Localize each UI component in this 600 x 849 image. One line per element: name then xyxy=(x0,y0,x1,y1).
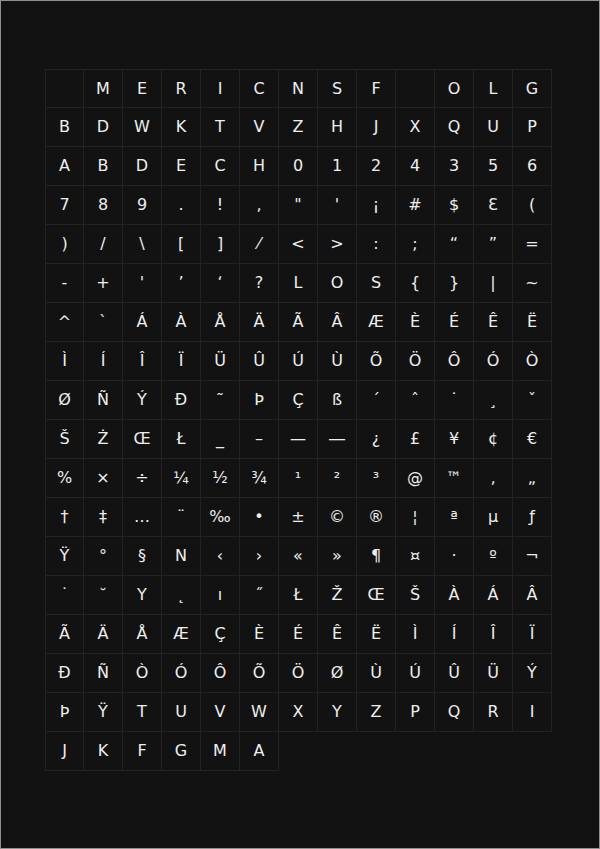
glyph-grid: MERICNSFOLGBDWKTVZHJXQUPABDECH0124356789… xyxy=(45,69,552,771)
glyph-cell: » xyxy=(318,537,357,576)
glyph-cell: ³ xyxy=(357,459,396,498)
glyph-cell: ˛ xyxy=(162,576,201,615)
glyph-cell: Ð xyxy=(45,654,84,693)
glyph-cell: Ì xyxy=(396,615,435,654)
glyph-cell: E xyxy=(162,147,201,186)
glyph-cell: , xyxy=(240,186,279,225)
glyph-cell: H xyxy=(240,147,279,186)
glyph-cell: 5 xyxy=(474,147,513,186)
glyph-cell: ˙ xyxy=(435,381,474,420)
glyph-cell: J xyxy=(45,732,84,771)
glyph-cell: Ó xyxy=(162,654,201,693)
glyph-cell: ¦ xyxy=(396,498,435,537)
glyph-cell: Ò xyxy=(513,342,552,381)
glyph-cell: Ž xyxy=(318,576,357,615)
glyph-cell: º xyxy=(474,537,513,576)
glyph-cell: Ñ xyxy=(84,381,123,420)
glyph-cell: W xyxy=(240,693,279,732)
glyph-cell: L xyxy=(474,69,513,108)
glyph-cell: Ô xyxy=(201,654,240,693)
glyph-cell: Ü xyxy=(474,654,513,693)
glyph-cell: < xyxy=(279,225,318,264)
glyph-cell: Œ xyxy=(123,420,162,459)
glyph-cell: C xyxy=(240,69,279,108)
glyph-cell: – xyxy=(240,420,279,459)
glyph-cell: ¥ xyxy=(435,420,474,459)
glyph-cell: R xyxy=(474,693,513,732)
specimen-poster: MERICNSFOLGBDWKTVZHJXQUPABDECH0124356789… xyxy=(0,0,600,849)
glyph-cell: Ú xyxy=(279,342,318,381)
glyph-cell: \ xyxy=(123,225,162,264)
glyph-cell: ¬ xyxy=(513,537,552,576)
glyph-cell: I xyxy=(201,69,240,108)
glyph-cell: ı xyxy=(201,576,240,615)
glyph-cell: Ɛ xyxy=(474,186,513,225)
glyph-cell: ¢ xyxy=(474,420,513,459)
glyph-cell: Y xyxy=(123,576,162,615)
glyph-cell: Q xyxy=(435,693,474,732)
glyph-cell: Ì xyxy=(45,342,84,381)
glyph-cell: L xyxy=(279,264,318,303)
glyph-cell: K xyxy=(162,108,201,147)
glyph-cell: ª xyxy=(435,498,474,537)
glyph-cell: Ä xyxy=(240,303,279,342)
glyph-cell: $ xyxy=(435,186,474,225)
glyph-cell: Þ xyxy=(240,381,279,420)
glyph-cell: ¨ xyxy=(162,498,201,537)
glyph-cell: = xyxy=(513,225,552,264)
glyph-cell: ¿ xyxy=(357,420,396,459)
glyph-cell: ¾ xyxy=(240,459,279,498)
glyph-cell: · xyxy=(435,537,474,576)
glyph-cell: | xyxy=(474,264,513,303)
glyph-cell: Î xyxy=(123,342,162,381)
glyph-cell: . xyxy=(162,186,201,225)
glyph-cell: Ë xyxy=(513,303,552,342)
glyph-cell: ‡ xyxy=(84,498,123,537)
glyph-cell: Z xyxy=(357,693,396,732)
glyph-cell: ˜ xyxy=(201,381,240,420)
glyph-cell: G xyxy=(513,69,552,108)
glyph-cell: @ xyxy=(396,459,435,498)
glyph-cell: ^ xyxy=(45,303,84,342)
glyph-cell: Ü xyxy=(201,342,240,381)
glyph-cell: ¡ xyxy=(357,186,396,225)
glyph-cell: O xyxy=(318,264,357,303)
glyph-cell: R xyxy=(162,69,201,108)
glyph-cell: U xyxy=(474,108,513,147)
glyph-cell: T xyxy=(201,108,240,147)
glyph-cell: ] xyxy=(201,225,240,264)
glyph-cell: 7 xyxy=(45,186,84,225)
glyph-cell: ¸ xyxy=(474,381,513,420)
glyph-cell: ‚ xyxy=(474,459,513,498)
glyph-cell: 0 xyxy=(279,147,318,186)
glyph-cell: Ï xyxy=(513,615,552,654)
glyph-cell: Ù xyxy=(318,342,357,381)
glyph-cell: 6 xyxy=(513,147,552,186)
glyph-cell: Ã xyxy=(45,615,84,654)
glyph-cell: Æ xyxy=(162,615,201,654)
glyph-cell: G xyxy=(162,732,201,771)
glyph-cell: Ö xyxy=(396,342,435,381)
glyph-cell: ― xyxy=(318,420,357,459)
glyph-cell: † xyxy=(45,498,84,537)
glyph-cell: — xyxy=(279,420,318,459)
glyph-cell: ƒ xyxy=(513,498,552,537)
glyph-cell: 1 xyxy=(318,147,357,186)
glyph-cell: Å xyxy=(201,303,240,342)
glyph-cell: Ö xyxy=(279,654,318,693)
glyph-cell: È xyxy=(240,615,279,654)
glyph-cell: “ xyxy=(435,225,474,264)
glyph-cell: Ð xyxy=(162,381,201,420)
glyph-cell: Ÿ xyxy=(45,537,84,576)
glyph-cell: « xyxy=(279,537,318,576)
glyph-cell: { xyxy=(396,264,435,303)
glyph-cell: N xyxy=(162,537,201,576)
glyph-cell: Â xyxy=(513,576,552,615)
glyph-cell: X xyxy=(396,108,435,147)
glyph-cell: ’ xyxy=(162,264,201,303)
glyph-cell: € xyxy=(513,420,552,459)
glyph-cell: B xyxy=(84,147,123,186)
glyph-cell: : xyxy=(357,225,396,264)
glyph-cell: Á xyxy=(123,303,162,342)
glyph-cell: 8 xyxy=(84,186,123,225)
glyph-cell: 4 xyxy=(396,147,435,186)
glyph-cell: ' xyxy=(318,186,357,225)
glyph-cell: Ó xyxy=(474,342,513,381)
glyph-cell: È xyxy=(396,303,435,342)
glyph-cell: Ë xyxy=(357,615,396,654)
glyph-cell: Ú xyxy=(396,654,435,693)
glyph-cell: ² xyxy=(318,459,357,498)
glyph-cell: Î xyxy=(474,615,513,654)
glyph-cell: Z xyxy=(279,108,318,147)
glyph-cell: Ò xyxy=(123,654,162,693)
glyph-cell: ` xyxy=(84,303,123,342)
glyph-cell: É xyxy=(435,303,474,342)
glyph-cell: Ł xyxy=(279,576,318,615)
glyph-cell: Û xyxy=(240,342,279,381)
glyph-cell: ® xyxy=(357,498,396,537)
glyph-cell: Ý xyxy=(123,381,162,420)
glyph-cell: µ xyxy=(474,498,513,537)
glyph-cell: A xyxy=(45,147,84,186)
glyph-cell: ˙ xyxy=(45,576,84,615)
glyph-cell: ß xyxy=(318,381,357,420)
glyph-cell: Y xyxy=(318,693,357,732)
glyph-cell: ) xyxy=(45,225,84,264)
glyph-cell: ½ xyxy=(201,459,240,498)
glyph-cell: ˝ xyxy=(240,576,279,615)
glyph-cell: _ xyxy=(201,420,240,459)
glyph-cell: ˘ xyxy=(84,576,123,615)
glyph-cell: U xyxy=(162,693,201,732)
glyph-cell: D xyxy=(84,108,123,147)
glyph-cell: ‘ xyxy=(201,264,240,303)
glyph-cell: Œ xyxy=(357,576,396,615)
glyph-cell: Q xyxy=(435,108,474,147)
glyph-cell: À xyxy=(162,303,201,342)
glyph-cell: ' xyxy=(123,264,162,303)
glyph-cell: ( xyxy=(513,186,552,225)
glyph-cell: ™ xyxy=(435,459,474,498)
glyph-cell: H xyxy=(318,108,357,147)
glyph-cell: ⁄ xyxy=(240,225,279,264)
glyph-cell: D xyxy=(123,147,162,186)
glyph-cell: ¼ xyxy=(162,459,201,498)
glyph-cell: ÷ xyxy=(123,459,162,498)
glyph-cell: Í xyxy=(84,342,123,381)
glyph-cell: ˇ xyxy=(513,381,552,420)
glyph-cell xyxy=(45,69,84,108)
glyph-cell: S xyxy=(357,264,396,303)
glyph-cell: ¹ xyxy=(279,459,318,498)
glyph-cell: % xyxy=(45,459,84,498)
glyph-cell: ” xyxy=(474,225,513,264)
glyph-cell: ¤ xyxy=(396,537,435,576)
glyph-cell: À xyxy=(435,576,474,615)
glyph-cell: × xyxy=(84,459,123,498)
glyph-cell: } xyxy=(435,264,474,303)
glyph-cell: £ xyxy=(396,420,435,459)
glyph-cell: ± xyxy=(279,498,318,537)
glyph-cell: Ñ xyxy=(84,654,123,693)
glyph-cell: A xyxy=(240,732,279,771)
glyph-cell: Ê xyxy=(318,615,357,654)
glyph-cell: § xyxy=(123,537,162,576)
glyph-cell: Ã xyxy=(279,303,318,342)
glyph-cell: S xyxy=(318,69,357,108)
glyph-cell: Š xyxy=(396,576,435,615)
glyph-cell: 2 xyxy=(357,147,396,186)
glyph-cell: Ł xyxy=(162,420,201,459)
glyph-cell: Ä xyxy=(84,615,123,654)
glyph-cell: V xyxy=(240,108,279,147)
glyph-cell: N xyxy=(279,69,318,108)
glyph-cell: É xyxy=(279,615,318,654)
glyph-cell: M xyxy=(201,732,240,771)
glyph-cell: P xyxy=(513,108,552,147)
glyph-cell: 9 xyxy=(123,186,162,225)
glyph-cell: W xyxy=(123,108,162,147)
glyph-cell: Ø xyxy=(318,654,357,693)
glyph-cell: „ xyxy=(513,459,552,498)
glyph-cell: Í xyxy=(435,615,474,654)
glyph-cell: Â xyxy=(318,303,357,342)
glyph-cell: Ï xyxy=(162,342,201,381)
glyph-cell: O xyxy=(435,69,474,108)
glyph-cell: X xyxy=(279,693,318,732)
glyph-cell: # xyxy=(396,186,435,225)
glyph-cell: Ê xyxy=(474,303,513,342)
glyph-cell: + xyxy=(84,264,123,303)
glyph-cell: Æ xyxy=(357,303,396,342)
glyph-cell: V xyxy=(201,693,240,732)
glyph-cell: " xyxy=(279,186,318,225)
glyph-cell: / xyxy=(84,225,123,264)
glyph-cell: Ż xyxy=(84,420,123,459)
glyph-cell: Õ xyxy=(240,654,279,693)
glyph-cell: I xyxy=(513,693,552,732)
glyph-cell: ¶ xyxy=(357,537,396,576)
glyph-cell: © xyxy=(318,498,357,537)
glyph-cell: Þ xyxy=(45,693,84,732)
glyph-cell: Ø xyxy=(45,381,84,420)
glyph-cell: 3 xyxy=(435,147,474,186)
glyph-cell: Ô xyxy=(435,342,474,381)
glyph-cell: ‹ xyxy=(201,537,240,576)
glyph-cell: Õ xyxy=(357,342,396,381)
glyph-cell: F xyxy=(123,732,162,771)
glyph-cell: P xyxy=(396,693,435,732)
glyph-cell: T xyxy=(123,693,162,732)
glyph-cell: J xyxy=(357,108,396,147)
glyph-cell: - xyxy=(45,264,84,303)
glyph-cell: F xyxy=(357,69,396,108)
glyph-cell: M xyxy=(84,69,123,108)
glyph-cell: ‰ xyxy=(201,498,240,537)
glyph-cell: Ù xyxy=(357,654,396,693)
glyph-cell: Û xyxy=(435,654,474,693)
glyph-cell: Š xyxy=(45,420,84,459)
glyph-cell: ? xyxy=(240,264,279,303)
glyph-cell: K xyxy=(84,732,123,771)
glyph-cell: > xyxy=(318,225,357,264)
glyph-cell: Á xyxy=(474,576,513,615)
glyph-cell: ´ xyxy=(357,381,396,420)
glyph-cell: ! xyxy=(201,186,240,225)
glyph-cell: E xyxy=(123,69,162,108)
glyph-cell: Ÿ xyxy=(84,693,123,732)
glyph-cell: ~ xyxy=(513,264,552,303)
glyph-cell: ; xyxy=(396,225,435,264)
glyph-cell: B xyxy=(45,108,84,147)
glyph-cell: Å xyxy=(123,615,162,654)
glyph-cell xyxy=(396,69,435,108)
glyph-cell: ˆ xyxy=(396,381,435,420)
glyph-cell: … xyxy=(123,498,162,537)
glyph-cell: Ç xyxy=(201,615,240,654)
glyph-cell: • xyxy=(240,498,279,537)
glyph-cell: › xyxy=(240,537,279,576)
glyph-cell: ° xyxy=(84,537,123,576)
glyph-cell: [ xyxy=(162,225,201,264)
glyph-cell: C xyxy=(201,147,240,186)
glyph-cell: Ç xyxy=(279,381,318,420)
glyph-cell: Ý xyxy=(513,654,552,693)
